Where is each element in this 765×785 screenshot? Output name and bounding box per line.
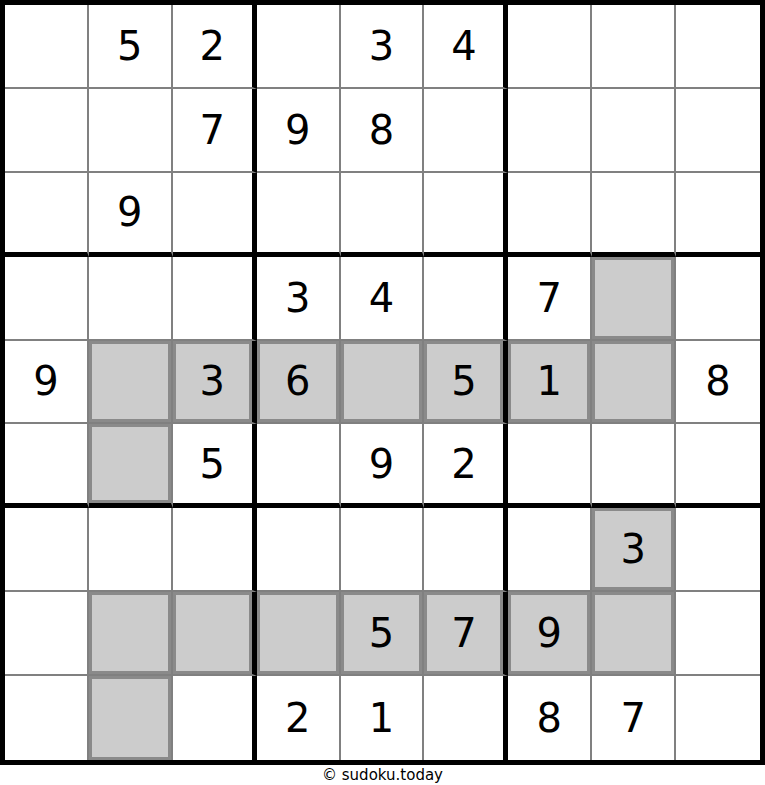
cell-r2c6[interactable] bbox=[424, 89, 508, 173]
given-digit: 4 bbox=[451, 26, 476, 66]
shaded-region-cell bbox=[257, 592, 339, 674]
cell-r9c1[interactable] bbox=[5, 676, 89, 760]
cell-r1c1[interactable] bbox=[5, 5, 89, 89]
given-digit: 1 bbox=[537, 361, 562, 401]
cell-r4c2[interactable] bbox=[89, 257, 173, 341]
given-digit: 7 bbox=[199, 110, 224, 150]
cell-r5c7[interactable]: 1 bbox=[508, 341, 592, 425]
given-digit: 8 bbox=[369, 110, 394, 150]
cell-r1c9[interactable] bbox=[676, 5, 760, 89]
cell-r4c6[interactable] bbox=[424, 257, 508, 341]
cell-r3c5[interactable] bbox=[341, 173, 425, 257]
cell-r3c9[interactable] bbox=[676, 173, 760, 257]
cell-r2c9[interactable] bbox=[676, 89, 760, 173]
cell-r1c6[interactable]: 4 bbox=[424, 5, 508, 89]
cell-r7c1[interactable] bbox=[5, 508, 89, 592]
given-digit: 3 bbox=[620, 529, 645, 569]
cell-r7c3[interactable] bbox=[173, 508, 257, 592]
cell-r1c2[interactable]: 5 bbox=[89, 5, 173, 89]
given-digit: 6 bbox=[285, 361, 310, 401]
cell-r6c2[interactable] bbox=[89, 424, 173, 508]
cell-r1c7[interactable] bbox=[508, 5, 592, 89]
cell-r4c8[interactable] bbox=[592, 257, 676, 341]
cell-r2c5[interactable]: 8 bbox=[341, 89, 425, 173]
cell-r9c3[interactable] bbox=[173, 676, 257, 760]
cell-r7c4[interactable] bbox=[257, 508, 341, 592]
cell-r7c7[interactable] bbox=[508, 508, 592, 592]
given-digit: 7 bbox=[620, 698, 645, 738]
cell-r9c5[interactable]: 1 bbox=[341, 676, 425, 760]
cell-r6c5[interactable]: 9 bbox=[341, 424, 425, 508]
cell-r2c1[interactable] bbox=[5, 89, 89, 173]
cell-r5c8[interactable] bbox=[592, 341, 676, 425]
given-digit: 3 bbox=[199, 361, 224, 401]
cell-r9c9[interactable] bbox=[676, 676, 760, 760]
cell-r2c3[interactable]: 7 bbox=[173, 89, 257, 173]
cell-r4c3[interactable] bbox=[173, 257, 257, 341]
cell-r7c8[interactable]: 3 bbox=[592, 508, 676, 592]
cell-r6c7[interactable] bbox=[508, 424, 592, 508]
shaded-region-cell bbox=[89, 341, 171, 423]
cell-r8c7[interactable]: 9 bbox=[508, 592, 592, 676]
cell-r7c9[interactable] bbox=[676, 508, 760, 592]
cell-r3c7[interactable] bbox=[508, 173, 592, 257]
given-digit: 8 bbox=[537, 698, 562, 738]
cell-r7c6[interactable] bbox=[424, 508, 508, 592]
cell-r6c9[interactable] bbox=[676, 424, 760, 508]
shaded-region-cell bbox=[592, 341, 674, 423]
given-digit: 5 bbox=[117, 26, 142, 66]
cell-r1c8[interactable] bbox=[592, 5, 676, 89]
credit-text: © sudoku.today bbox=[322, 766, 443, 784]
given-digit: 9 bbox=[33, 361, 58, 401]
given-digit: 9 bbox=[285, 110, 310, 150]
shaded-region-cell bbox=[89, 592, 171, 674]
cell-r5c6[interactable]: 5 bbox=[424, 341, 508, 425]
given-digit: 7 bbox=[537, 278, 562, 318]
given-digit: 3 bbox=[285, 278, 310, 318]
cell-r5c4[interactable]: 6 bbox=[257, 341, 341, 425]
cell-r8c6[interactable]: 7 bbox=[424, 592, 508, 676]
given-digit: 2 bbox=[199, 26, 224, 66]
cell-r9c7[interactable]: 8 bbox=[508, 676, 592, 760]
cell-r8c5[interactable]: 5 bbox=[341, 592, 425, 676]
cell-r6c4[interactable] bbox=[257, 424, 341, 508]
cell-r8c4[interactable] bbox=[257, 592, 341, 676]
cell-r6c3[interactable]: 5 bbox=[173, 424, 257, 508]
given-digit: 2 bbox=[451, 444, 476, 484]
given-digit: 5 bbox=[451, 361, 476, 401]
cell-r2c4[interactable]: 9 bbox=[257, 89, 341, 173]
given-digit: 4 bbox=[369, 278, 394, 318]
cell-r3c3[interactable] bbox=[173, 173, 257, 257]
cell-r4c7[interactable]: 7 bbox=[508, 257, 592, 341]
given-digit: 7 bbox=[451, 613, 476, 653]
cell-r3c4[interactable] bbox=[257, 173, 341, 257]
given-digit: 5 bbox=[199, 444, 224, 484]
cell-r5c3[interactable]: 3 bbox=[173, 341, 257, 425]
shaded-region-cell bbox=[341, 341, 423, 423]
cell-r5c5[interactable] bbox=[341, 341, 425, 425]
cell-r1c3[interactable]: 2 bbox=[173, 5, 257, 89]
cell-r9c8[interactable]: 7 bbox=[592, 676, 676, 760]
cell-r4c9[interactable] bbox=[676, 257, 760, 341]
cell-r8c3[interactable] bbox=[173, 592, 257, 676]
cell-r6c8[interactable] bbox=[592, 424, 676, 508]
given-digit: 2 bbox=[285, 698, 310, 738]
cell-r5c2[interactable] bbox=[89, 341, 173, 425]
cell-r3c2[interactable]: 9 bbox=[89, 173, 173, 257]
cell-r4c4[interactable]: 3 bbox=[257, 257, 341, 341]
cell-r2c2[interactable] bbox=[89, 89, 173, 173]
cell-r1c4[interactable] bbox=[257, 5, 341, 89]
cell-r6c1[interactable] bbox=[5, 424, 89, 508]
shaded-region-cell bbox=[89, 676, 171, 760]
cell-r5c9[interactable]: 8 bbox=[676, 341, 760, 425]
cell-r6c6[interactable]: 2 bbox=[424, 424, 508, 508]
cell-r4c1[interactable] bbox=[5, 257, 89, 341]
cell-r2c8[interactable] bbox=[592, 89, 676, 173]
sudoku-page: 5234798934793651859235792187 © sudoku.to… bbox=[0, 0, 765, 785]
cell-r8c2[interactable] bbox=[89, 592, 173, 676]
cell-r3c1[interactable] bbox=[5, 173, 89, 257]
cell-r7c5[interactable] bbox=[341, 508, 425, 592]
cell-r3c8[interactable] bbox=[592, 173, 676, 257]
cell-r1c5[interactable]: 3 bbox=[341, 5, 425, 89]
shaded-region-cell bbox=[89, 424, 171, 503]
cell-r9c2[interactable] bbox=[89, 676, 173, 760]
cell-r2c7[interactable] bbox=[508, 89, 592, 173]
cell-r7c2[interactable] bbox=[89, 508, 173, 592]
cell-r8c8[interactable] bbox=[592, 592, 676, 676]
cell-r5c1[interactable]: 9 bbox=[5, 341, 89, 425]
given-digit: 1 bbox=[369, 698, 394, 738]
sudoku-board: 5234798934793651859235792187 bbox=[0, 0, 765, 765]
given-digit: 9 bbox=[117, 192, 142, 232]
cell-r4c5[interactable]: 4 bbox=[341, 257, 425, 341]
given-digit: 8 bbox=[705, 361, 730, 401]
shaded-region-cell bbox=[173, 592, 252, 674]
given-digit: 3 bbox=[369, 26, 394, 66]
given-digit: 9 bbox=[369, 444, 394, 484]
given-digit: 9 bbox=[537, 613, 562, 653]
shaded-region-cell bbox=[592, 592, 674, 674]
shaded-region-cell bbox=[592, 257, 674, 339]
cell-r3c6[interactable] bbox=[424, 173, 508, 257]
cell-r8c9[interactable] bbox=[676, 592, 760, 676]
footer: © sudoku.today bbox=[0, 765, 765, 785]
cell-r8c1[interactable] bbox=[5, 592, 89, 676]
given-digit: 5 bbox=[369, 613, 394, 653]
cell-r9c4[interactable]: 2 bbox=[257, 676, 341, 760]
cell-r9c6[interactable] bbox=[424, 676, 508, 760]
